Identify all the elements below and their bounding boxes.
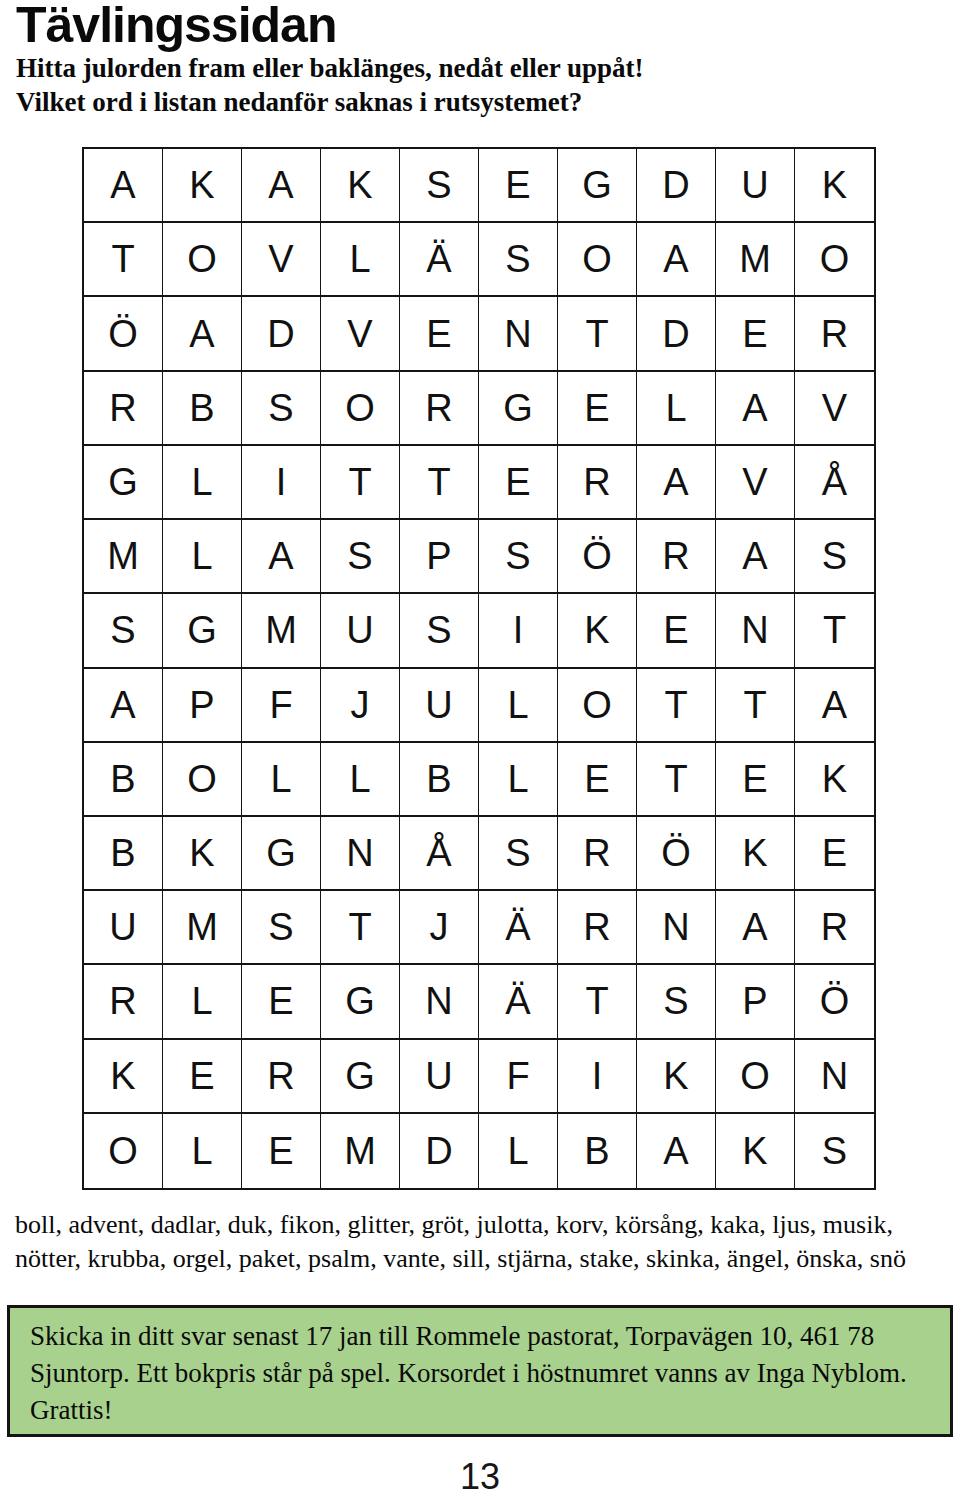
grid-cell-r8c10: A: [795, 669, 874, 743]
grid-cell-r13c2: E: [163, 1040, 242, 1114]
grid-cell-r8c4: J: [321, 669, 400, 743]
grid-cell-r5c9: V: [716, 446, 795, 520]
grid-cell-r13c3: R: [242, 1040, 321, 1114]
grid-cell-r7c6: I: [479, 594, 558, 668]
grid-cell-r10c9: K: [716, 817, 795, 891]
grid-cell-r7c2: G: [163, 594, 242, 668]
grid-cell-r8c8: T: [637, 669, 716, 743]
grid-cell-r7c1: S: [84, 594, 163, 668]
grid-cell-r13c5: U: [400, 1040, 479, 1114]
grid-cell-r12c1: R: [84, 965, 163, 1039]
grid-cell-r13c10: N: [795, 1040, 874, 1114]
grid-cell-r6c6: S: [479, 520, 558, 594]
notice-line-3: Grattis!: [30, 1392, 930, 1429]
grid-cell-r1c3: A: [242, 149, 321, 223]
grid-cell-r11c7: R: [558, 891, 637, 965]
grid-cell-r11c4: T: [321, 891, 400, 965]
grid-cell-r6c7: Ö: [558, 520, 637, 594]
grid-cell-r3c6: N: [479, 297, 558, 371]
grid-cell-r13c6: F: [479, 1040, 558, 1114]
word-list: boll, advent, dadlar, duk, fikon, glitte…: [15, 1208, 953, 1276]
grid-cell-r9c5: B: [400, 743, 479, 817]
grid-cell-r6c8: R: [637, 520, 716, 594]
grid-cell-r8c9: T: [716, 669, 795, 743]
grid-cell-r2c6: S: [479, 223, 558, 297]
grid-cell-r2c7: O: [558, 223, 637, 297]
grid-cell-r5c7: R: [558, 446, 637, 520]
grid-cell-r6c5: P: [400, 520, 479, 594]
grid-cell-r14c5: D: [400, 1114, 479, 1188]
magazine-page: Tävlingssidan Hitta julorden fram eller …: [0, 0, 960, 1495]
grid-cell-r5c1: G: [84, 446, 163, 520]
grid-cell-r2c9: M: [716, 223, 795, 297]
grid-cell-r12c4: G: [321, 965, 400, 1039]
grid-cell-r3c4: V: [321, 297, 400, 371]
grid-cell-r5c6: E: [479, 446, 558, 520]
page-title: Tävlingssidan: [16, 0, 336, 54]
grid-cell-r7c4: U: [321, 594, 400, 668]
grid-cell-r9c7: E: [558, 743, 637, 817]
grid-cell-r10c7: R: [558, 817, 637, 891]
grid-cell-r7c9: N: [716, 594, 795, 668]
grid-cell-r5c3: I: [242, 446, 321, 520]
grid-cell-r12c10: Ö: [795, 965, 874, 1039]
grid-cell-r14c8: A: [637, 1114, 716, 1188]
grid-cell-r12c2: L: [163, 965, 242, 1039]
grid-cell-r13c8: K: [637, 1040, 716, 1114]
grid-cell-r7c3: M: [242, 594, 321, 668]
grid-cell-r3c7: T: [558, 297, 637, 371]
grid-cell-r3c8: D: [637, 297, 716, 371]
grid-cell-r12c7: T: [558, 965, 637, 1039]
grid-cell-r2c2: O: [163, 223, 242, 297]
grid-cell-r1c5: S: [400, 149, 479, 223]
grid-cell-r4c7: E: [558, 372, 637, 446]
grid-cell-r13c9: O: [716, 1040, 795, 1114]
grid-cell-r4c3: S: [242, 372, 321, 446]
page-number: 13: [0, 1459, 960, 1495]
grid-cell-r13c7: I: [558, 1040, 637, 1114]
grid-cell-r8c6: L: [479, 669, 558, 743]
grid-cell-r13c4: G: [321, 1040, 400, 1114]
grid-cell-r11c6: Ä: [479, 891, 558, 965]
grid-cell-r12c9: P: [716, 965, 795, 1039]
grid-cell-r4c4: O: [321, 372, 400, 446]
grid-cell-r8c5: U: [400, 669, 479, 743]
grid-cell-r2c3: V: [242, 223, 321, 297]
grid-cell-r3c2: A: [163, 297, 242, 371]
notice-line-2: Sjuntorp. Ett bokpris står på spel. Kors…: [30, 1355, 930, 1392]
grid-cell-r10c1: B: [84, 817, 163, 891]
grid-cell-r4c1: R: [84, 372, 163, 446]
grid-cell-r2c4: L: [321, 223, 400, 297]
grid-cell-r7c8: E: [637, 594, 716, 668]
grid-cell-r14c6: L: [479, 1114, 558, 1188]
grid-cell-r1c9: U: [716, 149, 795, 223]
grid-cell-r10c6: S: [479, 817, 558, 891]
grid-cell-r10c4: N: [321, 817, 400, 891]
grid-cell-r14c3: E: [242, 1114, 321, 1188]
submission-notice-box: Skicka in ditt svar senast 17 jan till R…: [7, 1305, 953, 1437]
grid-cell-r14c2: L: [163, 1114, 242, 1188]
grid-cell-r10c8: Ö: [637, 817, 716, 891]
grid-cell-r6c10: S: [795, 520, 874, 594]
grid-cell-r1c8: D: [637, 149, 716, 223]
grid-cell-r1c6: E: [479, 149, 558, 223]
subtitle-line-2: Vilket ord i listan nedanför saknas i ru…: [16, 87, 582, 118]
grid-cell-r6c4: S: [321, 520, 400, 594]
grid-cell-r11c9: A: [716, 891, 795, 965]
grid-cell-r8c7: O: [558, 669, 637, 743]
grid-cell-r2c1: T: [84, 223, 163, 297]
grid-cell-r3c9: E: [716, 297, 795, 371]
word-list-line-2: nötter, krubba, orgel, paket, psalm, van…: [15, 1242, 953, 1276]
grid-cell-r14c10: S: [795, 1114, 874, 1188]
grid-cell-r14c9: K: [716, 1114, 795, 1188]
grid-cell-r2c10: O: [795, 223, 874, 297]
grid-cell-r9c3: L: [242, 743, 321, 817]
grid-cell-r12c8: S: [637, 965, 716, 1039]
notice-line-1: Skicka in ditt svar senast 17 jan till R…: [30, 1318, 930, 1355]
grid-cell-r7c7: K: [558, 594, 637, 668]
grid-cell-r3c10: R: [795, 297, 874, 371]
grid-cell-r5c8: A: [637, 446, 716, 520]
grid-cell-r3c5: E: [400, 297, 479, 371]
grid-cell-r2c5: Ä: [400, 223, 479, 297]
grid-cell-r9c9: E: [716, 743, 795, 817]
grid-cell-r1c1: A: [84, 149, 163, 223]
grid-cell-r9c6: L: [479, 743, 558, 817]
grid-cell-r6c9: A: [716, 520, 795, 594]
grid-cell-r8c3: F: [242, 669, 321, 743]
grid-cell-r4c8: L: [637, 372, 716, 446]
grid-cell-r9c1: B: [84, 743, 163, 817]
grid-cell-r5c2: L: [163, 446, 242, 520]
grid-cell-r11c10: R: [795, 891, 874, 965]
grid-cell-r9c2: O: [163, 743, 242, 817]
grid-cell-r1c10: K: [795, 149, 874, 223]
grid-cell-r8c1: A: [84, 669, 163, 743]
grid-cell-r11c8: N: [637, 891, 716, 965]
grid-cell-r11c3: S: [242, 891, 321, 965]
word-search-grid: AKAKSEGDUKTOVLÄSOAMOÖADVENTDERRBSORGELAV…: [82, 147, 876, 1190]
grid-cell-r11c5: J: [400, 891, 479, 965]
grid-cell-r4c2: B: [163, 372, 242, 446]
grid-cell-r14c4: M: [321, 1114, 400, 1188]
grid-cell-r5c5: T: [400, 446, 479, 520]
grid-cell-r1c4: K: [321, 149, 400, 223]
grid-cell-r4c5: R: [400, 372, 479, 446]
grid-cell-r10c2: K: [163, 817, 242, 891]
grid-cell-r9c4: L: [321, 743, 400, 817]
grid-cell-r7c5: S: [400, 594, 479, 668]
grid-cell-r10c10: E: [795, 817, 874, 891]
grid-cell-r6c1: M: [84, 520, 163, 594]
grid-cell-r9c10: K: [795, 743, 874, 817]
grid-cell-r14c7: B: [558, 1114, 637, 1188]
grid-cell-r3c1: Ö: [84, 297, 163, 371]
grid-cell-r5c10: Å: [795, 446, 874, 520]
grid-cell-r1c7: G: [558, 149, 637, 223]
grid-cell-r7c10: T: [795, 594, 874, 668]
grid-cell-r12c3: E: [242, 965, 321, 1039]
grid-cell-r1c2: K: [163, 149, 242, 223]
grid-cell-r2c8: A: [637, 223, 716, 297]
grid-cell-r3c3: D: [242, 297, 321, 371]
grid-cell-r11c2: M: [163, 891, 242, 965]
grid-cell-r10c5: Å: [400, 817, 479, 891]
grid-cell-r4c6: G: [479, 372, 558, 446]
grid-cell-r5c4: T: [321, 446, 400, 520]
grid-cell-r8c2: P: [163, 669, 242, 743]
grid-cell-r11c1: U: [84, 891, 163, 965]
word-list-line-1: boll, advent, dadlar, duk, fikon, glitte…: [15, 1208, 953, 1242]
grid-cell-r4c10: V: [795, 372, 874, 446]
grid-cell-r14c1: O: [84, 1114, 163, 1188]
subtitle-line-1: Hitta julorden fram eller baklänges, ned…: [16, 53, 643, 84]
grid-cell-r13c1: K: [84, 1040, 163, 1114]
grid-cell-r6c3: A: [242, 520, 321, 594]
grid-cell-r12c5: N: [400, 965, 479, 1039]
grid-cell-r6c2: L: [163, 520, 242, 594]
grid-cell-r9c8: T: [637, 743, 716, 817]
grid-cell-r4c9: A: [716, 372, 795, 446]
grid-cell-r10c3: G: [242, 817, 321, 891]
grid-cell-r12c6: Ä: [479, 965, 558, 1039]
